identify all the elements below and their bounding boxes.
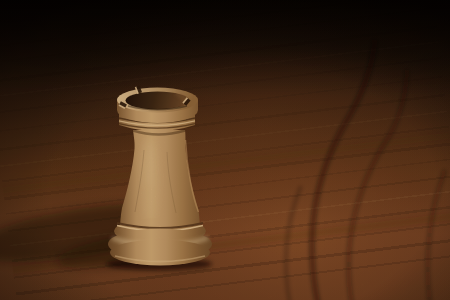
scene-svg — [0, 0, 450, 300]
photo-canvas — [0, 0, 450, 300]
noise-overlay — [0, 0, 450, 300]
